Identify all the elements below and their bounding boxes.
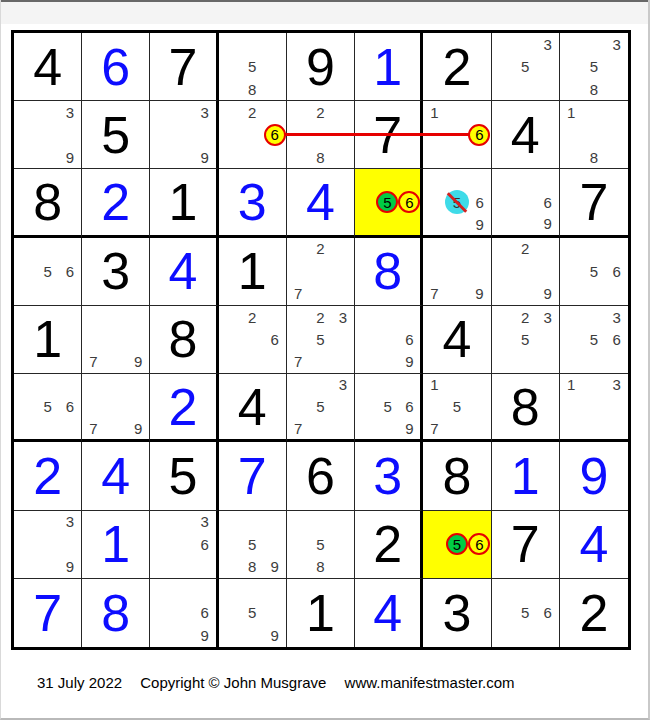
- pencil-marks: 356: [560, 306, 628, 373]
- cell-r5c1[interactable]: 1: [14, 306, 82, 374]
- candidate-2: 2: [316, 241, 324, 256]
- candidate-9: 9: [405, 421, 413, 436]
- cell-r8c4[interactable]: 589: [219, 511, 287, 579]
- candidate-5: 5: [248, 605, 256, 620]
- candidate-7: 7: [294, 421, 302, 436]
- pencil-marks: 26: [219, 101, 286, 168]
- given-digit: 1: [287, 579, 354, 647]
- candidate-3: 3: [66, 105, 74, 120]
- pencil-marks: 27: [287, 238, 354, 305]
- cell-r3c6[interactable]: 56: [355, 169, 423, 237]
- pencil-marks: 358: [560, 33, 628, 100]
- cell-r2c9[interactable]: 18: [560, 101, 628, 169]
- cell-r5c5[interactable]: 2357: [287, 306, 355, 374]
- cell-r1c8[interactable]: 35: [492, 33, 560, 101]
- cell-r1c4[interactable]: 58: [219, 33, 287, 101]
- cell-r7c1[interactable]: 2: [14, 442, 82, 510]
- given-digit: 8: [150, 306, 215, 373]
- cell-r4c1[interactable]: 56: [14, 238, 82, 306]
- solved-digit: 2: [82, 169, 149, 234]
- candidate-6: 6: [66, 264, 74, 279]
- cell-r4c5[interactable]: 27: [287, 238, 355, 306]
- candidate-5: 5: [453, 399, 461, 414]
- candidate-3: 3: [612, 310, 620, 325]
- candidate-9: 9: [543, 286, 551, 301]
- circled-candidate-5: 5: [376, 191, 398, 213]
- cell-r1c3[interactable]: 7: [150, 33, 218, 101]
- given-digit: 4: [492, 101, 559, 168]
- pencil-marks: 589: [219, 511, 286, 578]
- cell-r6c6[interactable]: 569: [355, 374, 423, 442]
- sudoku-board: 4675891235358395392628716418821345656969…: [11, 30, 631, 650]
- candidate-3: 3: [543, 310, 551, 325]
- solved-digit: 3: [219, 169, 286, 234]
- pencil-marks: 56: [492, 579, 559, 647]
- cell-r9c8[interactable]: 56: [492, 579, 560, 647]
- candidate-8: 8: [248, 82, 256, 97]
- circled-candidate-6: 6: [468, 124, 490, 146]
- pencil-marks: 69: [150, 579, 215, 647]
- cell-r3c9[interactable]: 7: [560, 169, 628, 237]
- pencil-marks: 69: [355, 306, 420, 373]
- given-digit: 8: [423, 442, 490, 509]
- candidate-8: 8: [590, 82, 598, 97]
- cell-r6c8[interactable]: 8: [492, 374, 560, 442]
- cell-r8c2[interactable]: 1: [82, 511, 150, 579]
- candidate-5: 5: [316, 399, 324, 414]
- candidate-3: 3: [543, 37, 551, 52]
- pencil-marks: 569: [355, 374, 420, 439]
- candidate-9: 9: [476, 217, 484, 232]
- cell-r8c8[interactable]: 7: [492, 511, 560, 579]
- solved-digit: 4: [560, 511, 628, 578]
- cell-r4c2[interactable]: 3: [82, 238, 150, 306]
- cell-r8c5[interactable]: 58: [287, 511, 355, 579]
- candidate-5: 5: [521, 605, 529, 620]
- footer-date: 31 July 2022: [37, 674, 122, 691]
- candidate-3: 3: [612, 37, 620, 52]
- solved-digit: 1: [82, 511, 149, 578]
- cell-r1c1[interactable]: 4: [14, 33, 82, 101]
- candidate-5: 5: [248, 59, 256, 74]
- pencil-marks: 79: [423, 238, 490, 305]
- candidate-5: 5: [590, 264, 598, 279]
- pencil-marks: 56: [14, 238, 81, 305]
- pencil-marks: 58: [219, 33, 286, 100]
- cell-r8c1[interactable]: 39: [14, 511, 82, 579]
- pencil-marks: 357: [287, 374, 354, 439]
- cell-r7c3[interactable]: 5: [150, 442, 218, 510]
- given-digit: 4: [14, 33, 81, 100]
- candidate-9: 9: [66, 559, 74, 574]
- candidate-3: 3: [66, 514, 74, 529]
- given-digit: 7: [150, 33, 215, 100]
- cell-r3c7[interactable]: 569: [423, 169, 491, 237]
- given-digit: 2: [560, 579, 628, 647]
- cell-r5c4[interactable]: 26: [219, 306, 287, 374]
- solved-digit: 2: [150, 374, 215, 439]
- given-digit: 7: [492, 511, 559, 578]
- candidate-9: 9: [201, 150, 209, 165]
- cell-r6c5[interactable]: 357: [287, 374, 355, 442]
- candidate-1: 1: [430, 377, 438, 392]
- given-digit: 1: [14, 306, 81, 373]
- candidate-6: 6: [271, 332, 279, 347]
- given-digit: 9: [287, 33, 354, 100]
- given-digit: 3: [423, 579, 490, 647]
- candidate-5: 5: [521, 59, 529, 74]
- cell-r7c9[interactable]: 9: [560, 442, 628, 510]
- candidate-6: 6: [476, 195, 484, 210]
- candidate-8: 8: [590, 150, 598, 165]
- pencil-marks: 18: [560, 101, 628, 168]
- cell-r7c5[interactable]: 6: [287, 442, 355, 510]
- solved-digit: 4: [287, 169, 354, 234]
- solved-digit: 7: [219, 442, 286, 509]
- candidate-2: 2: [316, 310, 324, 325]
- pencil-marks: 36: [150, 511, 215, 578]
- cell-r8c9[interactable]: 4: [560, 511, 628, 579]
- pencil-marks: 29: [492, 238, 559, 305]
- pencil-marks: 157: [423, 374, 490, 439]
- pencil-marks: 235: [492, 306, 559, 373]
- solved-digit: 1: [355, 33, 420, 100]
- circled-candidate-6: 6: [468, 533, 490, 555]
- cell-r5c6[interactable]: 69: [355, 306, 423, 374]
- cell-r7c4[interactable]: 7: [219, 442, 287, 510]
- candidate-9: 9: [475, 286, 483, 301]
- candidate-9: 9: [271, 559, 279, 574]
- footer-caption: 31 July 2022 Copyright © John Musgrave w…: [37, 674, 529, 691]
- pencil-marks: 56: [355, 169, 420, 234]
- candidate-2: 2: [521, 241, 529, 256]
- cell-r1c5[interactable]: 9: [287, 33, 355, 101]
- cell-r8c6[interactable]: 2: [355, 511, 423, 579]
- circled-candidate-6: 6: [264, 124, 286, 146]
- candidate-6: 6: [201, 537, 209, 552]
- cell-r5c9[interactable]: 356: [560, 306, 628, 374]
- solved-digit: 3: [355, 442, 420, 509]
- candidate-7: 7: [89, 354, 97, 369]
- cell-r4c7[interactable]: 79: [423, 238, 491, 306]
- candidate-6: 6: [612, 264, 620, 279]
- candidate-8: 8: [248, 559, 256, 574]
- cell-r7c8[interactable]: 1: [492, 442, 560, 510]
- given-digit: 1: [150, 169, 215, 234]
- candidate-6: 6: [201, 605, 209, 620]
- candidate-6: 6: [543, 605, 551, 620]
- cell-r9c2[interactable]: 8: [82, 579, 150, 647]
- candidate-5: 5: [590, 59, 598, 74]
- cell-r8c3[interactable]: 36: [150, 511, 218, 579]
- candidate-6: 6: [405, 332, 413, 347]
- candidate-3: 3: [201, 105, 209, 120]
- given-digit: 8: [14, 169, 81, 234]
- cell-r2c2[interactable]: 5: [82, 101, 150, 169]
- cell-r6c9[interactable]: 13: [560, 374, 628, 442]
- candidate-1: 1: [567, 105, 575, 120]
- candidate-3: 3: [339, 310, 347, 325]
- pencil-marks: 39: [150, 101, 215, 168]
- given-digit: 2: [423, 33, 490, 100]
- cell-r3c1[interactable]: 8: [14, 169, 82, 237]
- pencil-marks: 56: [423, 511, 490, 578]
- cell-r9c9[interactable]: 2: [560, 579, 628, 647]
- candidate-2: 2: [248, 310, 256, 325]
- candidate-8: 8: [316, 150, 324, 165]
- candidate-9: 9: [134, 354, 142, 369]
- given-digit: 3: [82, 238, 149, 305]
- candidate-5: 5: [316, 332, 324, 347]
- circled-candidate-6: 6: [398, 191, 420, 213]
- circled-candidate-5: 5: [446, 533, 468, 555]
- cell-r2c3[interactable]: 39: [150, 101, 218, 169]
- given-digit: 7: [560, 169, 628, 234]
- cell-r1c6[interactable]: 1: [355, 33, 423, 101]
- candidate-5: 5: [521, 332, 529, 347]
- given-digit: 4: [219, 374, 286, 439]
- candidate-3: 3: [339, 377, 347, 392]
- pencil-marks: 35: [492, 33, 559, 100]
- cell-r4c6[interactable]: 8: [355, 238, 423, 306]
- candidate-3: 3: [612, 377, 620, 392]
- page: 4675891235358395392628716418821345656969…: [0, 0, 650, 720]
- pencil-marks: 569: [423, 169, 490, 234]
- pencil-marks: 79: [82, 306, 149, 373]
- solved-digit: 2: [14, 442, 81, 509]
- cell-r7c6[interactable]: 3: [355, 442, 423, 510]
- cell-r7c2[interactable]: 4: [82, 442, 150, 510]
- pencil-marks: 2357: [287, 306, 354, 373]
- cell-r4c9[interactable]: 56: [560, 238, 628, 306]
- candidate-7: 7: [89, 421, 97, 436]
- cell-r9c7[interactable]: 3: [423, 579, 491, 647]
- solved-digit: 7: [14, 579, 81, 647]
- solved-digit: 4: [355, 579, 420, 647]
- solved-digit: 9: [560, 442, 628, 509]
- solved-digit: 4: [150, 238, 215, 305]
- given-digit: 8: [492, 374, 559, 439]
- cell-r4c8[interactable]: 29: [492, 238, 560, 306]
- cell-r6c3[interactable]: 2: [150, 374, 218, 442]
- cell-r1c9[interactable]: 358: [560, 33, 628, 101]
- candidate-6: 6: [66, 399, 74, 414]
- cell-r3c5[interactable]: 4: [287, 169, 355, 237]
- cell-r9c3[interactable]: 69: [150, 579, 218, 647]
- cell-r9c1[interactable]: 7: [14, 579, 82, 647]
- candidate-5: 5: [316, 537, 324, 552]
- candidate-5: 5: [248, 537, 256, 552]
- solved-digit: 1: [492, 442, 559, 509]
- candidate-9: 9: [405, 354, 413, 369]
- cell-r3c3[interactable]: 1: [150, 169, 218, 237]
- candidate-2: 2: [521, 310, 529, 325]
- solved-digit: 6: [82, 33, 149, 100]
- solved-digit: 8: [82, 579, 149, 647]
- chain-link-line: [276, 133, 481, 136]
- given-digit: 1: [219, 238, 286, 305]
- given-digit: 4: [423, 306, 490, 373]
- candidate-9: 9: [201, 628, 209, 643]
- pencil-marks: 69: [492, 169, 559, 234]
- candidate-1: 1: [430, 105, 438, 120]
- cell-r3c8[interactable]: 69: [492, 169, 560, 237]
- cell-r8c7[interactable]: 56: [423, 511, 491, 579]
- candidate-6: 6: [612, 332, 620, 347]
- pencil-marks: 26: [219, 306, 286, 373]
- candidate-2: 2: [316, 105, 324, 120]
- candidate-5: 5: [43, 264, 51, 279]
- cell-r5c8[interactable]: 235: [492, 306, 560, 374]
- cell-r6c4[interactable]: 4: [219, 374, 287, 442]
- cell-r6c2[interactable]: 79: [82, 374, 150, 442]
- cell-r2c1[interactable]: 39: [14, 101, 82, 169]
- candidate-9: 9: [543, 216, 551, 231]
- cell-r6c7[interactable]: 157: [423, 374, 491, 442]
- given-digit: 5: [82, 101, 149, 168]
- pencil-marks: 56: [14, 374, 81, 439]
- given-digit: 2: [355, 511, 420, 578]
- solved-digit: 8: [355, 238, 420, 305]
- pencil-marks: 39: [14, 101, 81, 168]
- solved-digit: 4: [82, 442, 149, 509]
- cell-r2c4[interactable]: 26: [219, 101, 287, 169]
- cell-r9c6[interactable]: 4: [355, 579, 423, 647]
- cell-r9c4[interactable]: 59: [219, 579, 287, 647]
- cell-r5c3[interactable]: 8: [150, 306, 218, 374]
- pencil-marks: 58: [287, 511, 354, 578]
- candidate-3: 3: [201, 514, 209, 529]
- cell-r1c7[interactable]: 2: [423, 33, 491, 101]
- given-digit: 5: [150, 442, 215, 509]
- cell-r1c2[interactable]: 6: [82, 33, 150, 101]
- cell-r5c7[interactable]: 4: [423, 306, 491, 374]
- candidate-9: 9: [271, 628, 279, 643]
- candidate-7: 7: [294, 354, 302, 369]
- candidate-9: 9: [134, 421, 142, 436]
- candidate-7: 7: [430, 421, 438, 436]
- candidate-5: 5: [43, 399, 51, 414]
- candidate-7: 7: [294, 286, 302, 301]
- cell-r7c7[interactable]: 8: [423, 442, 491, 510]
- candidate-2: 2: [248, 105, 256, 120]
- cell-r6c1[interactable]: 56: [14, 374, 82, 442]
- candidate-1: 1: [567, 377, 575, 392]
- footer-copyright: Copyright © John Musgrave: [140, 674, 326, 691]
- cell-r4c4[interactable]: 1: [219, 238, 287, 306]
- cell-r3c2[interactable]: 2: [82, 169, 150, 237]
- given-digit: 6: [287, 442, 354, 509]
- cell-r9c5[interactable]: 1: [287, 579, 355, 647]
- pencil-marks: 39: [14, 511, 81, 578]
- footer-website: www.manifestmaster.com: [345, 674, 515, 691]
- candidate-7: 7: [430, 286, 438, 301]
- pencil-marks: 79: [82, 374, 149, 439]
- cell-r2c8[interactable]: 4: [492, 101, 560, 169]
- cell-r3c4[interactable]: 3: [219, 169, 287, 237]
- cell-r5c2[interactable]: 79: [82, 306, 150, 374]
- candidate-8: 8: [316, 559, 324, 574]
- eliminated-candidate-5: 5: [445, 190, 469, 214]
- pencil-marks: 56: [560, 238, 628, 305]
- candidate-6: 6: [405, 399, 413, 414]
- candidate-5: 5: [590, 332, 598, 347]
- pencil-marks: 59: [219, 579, 286, 647]
- candidate-9: 9: [66, 150, 74, 165]
- cell-r4c3[interactable]: 4: [150, 238, 218, 306]
- candidate-5: 5: [384, 399, 392, 414]
- header-band: [1, 0, 648, 24]
- pencil-marks: 13: [560, 374, 628, 439]
- candidate-6: 6: [543, 195, 551, 210]
